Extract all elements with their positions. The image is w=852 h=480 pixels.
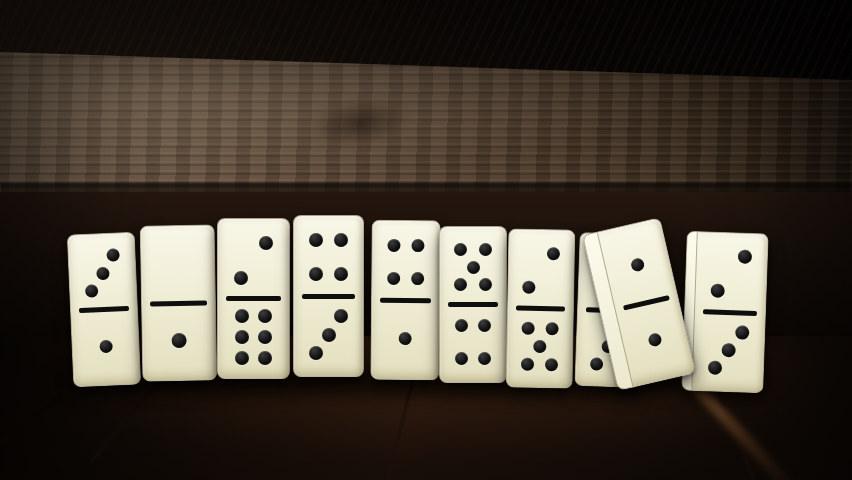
pip — [630, 257, 646, 273]
domino-tile-7-2-5 — [506, 228, 576, 388]
pip — [334, 233, 348, 247]
domino-tile-10-2-3 — [681, 231, 769, 394]
domino-half-5 — [445, 233, 501, 301]
pip — [647, 332, 663, 348]
domino-half-4 — [299, 222, 358, 293]
domino-divider-bar — [448, 302, 498, 307]
pip — [735, 326, 749, 340]
domino-tile-6-5-4 — [439, 226, 507, 383]
pip — [309, 233, 323, 247]
domino-half-0 — [146, 231, 210, 300]
pip — [235, 330, 249, 344]
domino-half-5 — [512, 312, 568, 382]
pip — [521, 358, 534, 371]
pip — [478, 319, 491, 332]
domino-half-1 — [621, 300, 688, 380]
scene — [0, 0, 852, 480]
pip — [309, 346, 323, 360]
pip — [411, 239, 424, 252]
domino-divider-bar — [516, 306, 565, 312]
pip — [455, 352, 468, 365]
domino-tile-4-4-3 — [293, 215, 364, 377]
domino-face — [294, 216, 363, 376]
pip — [590, 357, 603, 370]
pip — [708, 361, 722, 375]
pip — [258, 309, 272, 323]
pip — [309, 267, 323, 281]
domino-half-1 — [76, 312, 135, 380]
pip — [523, 281, 536, 294]
pip — [107, 249, 121, 263]
pip — [533, 340, 546, 353]
pip — [399, 332, 412, 345]
domino-half-6 — [223, 302, 284, 372]
pip — [546, 247, 559, 260]
pip — [479, 243, 492, 256]
pip — [322, 328, 336, 342]
domino-face — [218, 219, 289, 378]
pip — [478, 352, 491, 365]
pip — [479, 278, 492, 291]
domino-face — [371, 221, 439, 380]
pip — [258, 330, 272, 344]
domino-half-1 — [376, 303, 434, 373]
pip — [85, 284, 99, 298]
pip — [235, 351, 249, 365]
domino-half-1 — [147, 306, 211, 375]
domino-face — [68, 233, 141, 387]
domino-face — [507, 229, 575, 387]
domino-face — [440, 227, 506, 382]
pip — [235, 309, 249, 323]
pip — [737, 250, 751, 264]
pip — [172, 333, 187, 348]
pip — [99, 339, 113, 353]
pip — [258, 351, 272, 365]
domino-divider-bar — [380, 297, 431, 302]
domino-face — [692, 232, 767, 392]
pip — [411, 272, 424, 285]
pip — [545, 358, 558, 371]
domino-half-4 — [445, 308, 501, 376]
domino-tile-5-4-1 — [370, 220, 440, 381]
domino-divider-bar — [302, 294, 355, 299]
pip — [259, 236, 273, 250]
domino-half-1 — [604, 225, 671, 305]
pip — [454, 243, 467, 256]
pip — [521, 322, 534, 335]
domino-half-3 — [73, 239, 132, 307]
domino-half-4 — [377, 227, 435, 297]
pip — [96, 266, 110, 280]
pip — [721, 343, 735, 357]
domino-half-2 — [223, 225, 284, 295]
pip — [467, 261, 480, 274]
pip — [387, 272, 400, 285]
domino-half-2 — [513, 236, 569, 306]
pip — [334, 267, 348, 281]
domino-tile-2-0-1 — [140, 224, 218, 381]
pip — [546, 322, 559, 335]
pip — [387, 238, 400, 251]
domino-divider-bar — [150, 300, 207, 306]
dominoes-row — [0, 0, 852, 480]
domino-tile-1-3-1 — [67, 232, 142, 388]
pip — [234, 271, 248, 285]
pip — [334, 309, 348, 323]
pip — [454, 278, 467, 291]
pip — [455, 319, 468, 332]
domino-divider-bar — [226, 296, 281, 301]
domino-half-2 — [700, 238, 762, 310]
domino-half-3 — [299, 300, 358, 371]
domino-tile-3-2-6 — [217, 218, 290, 379]
domino-half-3 — [697, 315, 759, 387]
pip — [711, 284, 725, 298]
domino-face — [141, 225, 217, 380]
